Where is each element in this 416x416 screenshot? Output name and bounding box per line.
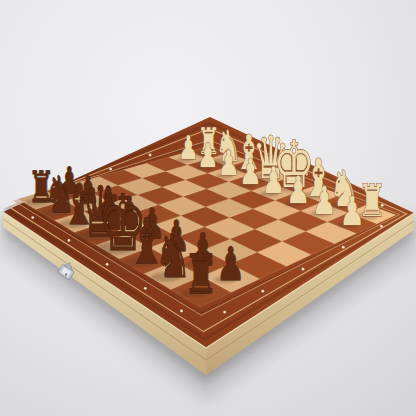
piece-white-pawn-c2[interactable]: ♟ xyxy=(218,143,240,183)
frame-inlay-dot xyxy=(342,246,345,249)
frame-inlay-dot xyxy=(302,268,305,271)
piece-white-pawn-b2[interactable]: ♟ xyxy=(197,136,218,175)
piece-white-pawn-d2[interactable]: ♟ xyxy=(239,151,262,193)
piece-white-pawn-a2[interactable]: ♟ xyxy=(178,129,199,167)
piece-white-pawn-e2[interactable]: ♟ xyxy=(262,160,285,202)
frame-inlay-dot xyxy=(223,311,226,314)
frame-inlay-dot xyxy=(109,168,112,171)
piece-white-pawn-h2[interactable]: ♟ xyxy=(339,188,364,234)
chess-set-photo-scene: ♜♟♞♟♝♟♛♟♚♟♟♝♜♟♟♞♞♟♟♜♝♟♟♛♟♚♟♝♟♞♟♜ xyxy=(0,0,416,416)
frame-inlay-dot xyxy=(144,287,147,290)
piece-white-pawn-g2[interactable]: ♟ xyxy=(312,178,337,223)
frame-inlay-dot xyxy=(261,290,264,293)
frame-inlay-dot xyxy=(31,216,34,219)
frame-inlay-dot xyxy=(68,239,71,242)
piece-white-pawn-f2[interactable]: ♟ xyxy=(286,168,310,212)
frame-inlay-dot xyxy=(180,310,183,313)
piece-black-pawn-h7[interactable]: ♟ xyxy=(216,237,245,290)
piece-black-rook-h8[interactable]: ♜ xyxy=(184,242,219,305)
chessboard-perspective-view: ♜♟♞♟♝♟♛♟♚♟♟♝♜♟♟♞♞♟♟♜♝♟♟♛♟♚♟♝♟♞♟♜ xyxy=(0,0,416,416)
frame-inlay-dot xyxy=(149,154,152,157)
